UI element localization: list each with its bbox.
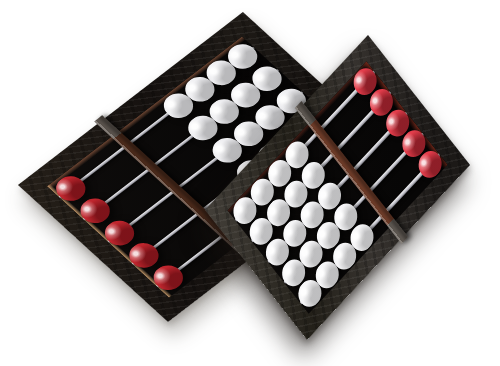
photo-canvas <box>0 0 500 366</box>
